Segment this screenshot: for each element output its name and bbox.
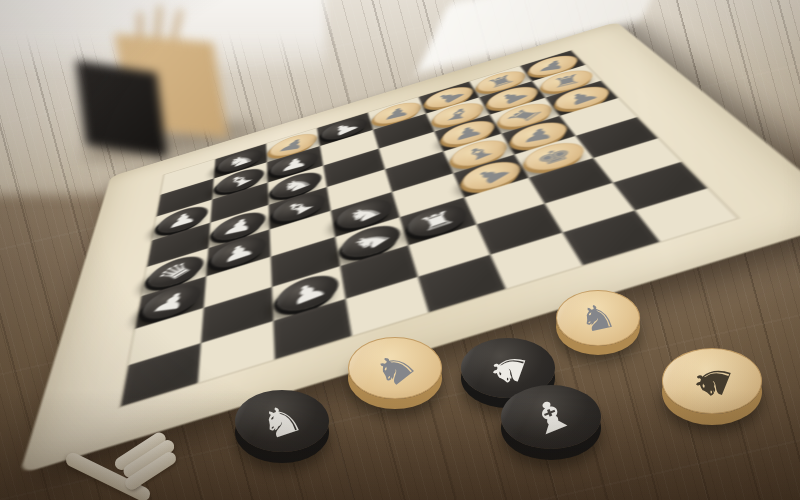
loose-wood-knight-disc[interactable]: ♞ (662, 348, 762, 414)
knight-symbol: ♞ (685, 353, 740, 410)
knight-symbol: ♞ (367, 340, 424, 396)
knight-symbol: ♞ (483, 342, 534, 395)
scene: ♞♟♟♟♟♜♟♝♟♝♟♜♟♞♟♜♟♟♝♝♟♛♟♞♟♚♟♞♜♟ ♞♞♞♝♞♞ (0, 0, 800, 500)
loose-black-knight-disc[interactable]: ♞ (235, 390, 329, 452)
loose-wood-knight-disc[interactable]: ♞ (556, 290, 640, 346)
loose-wood-knight-disc[interactable]: ♞ (348, 337, 442, 399)
loose-black-bishop-disc[interactable]: ♝ (501, 385, 601, 449)
bishop-symbol: ♝ (523, 390, 580, 445)
knight-symbol: ♞ (576, 297, 620, 339)
knight-symbol: ♞ (255, 396, 308, 447)
chalkboard-panel (76, 60, 167, 157)
